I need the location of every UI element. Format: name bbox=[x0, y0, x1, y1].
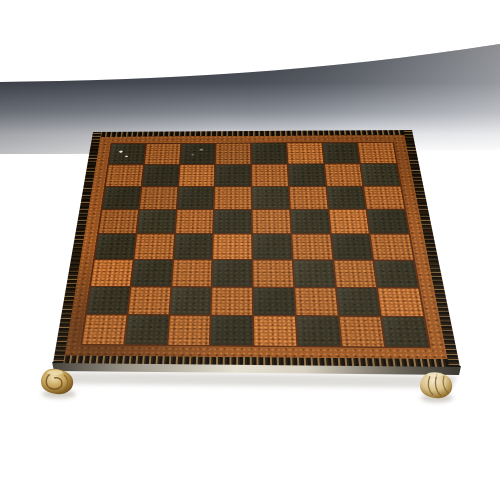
square-r2c0 bbox=[102, 187, 140, 209]
square-r5c2 bbox=[172, 260, 212, 286]
square-r2c7 bbox=[364, 186, 404, 208]
square-r1c1 bbox=[142, 165, 178, 186]
square-r7c7 bbox=[382, 317, 429, 347]
square-r4c2 bbox=[174, 234, 213, 259]
square-r3c1 bbox=[137, 210, 175, 233]
square-r2c5 bbox=[289, 186, 327, 208]
square-r2c2 bbox=[177, 187, 214, 209]
square-r0c4 bbox=[252, 143, 287, 163]
square-r3c4 bbox=[253, 210, 291, 233]
chessboard bbox=[53, 130, 460, 367]
square-r4c0 bbox=[95, 234, 135, 258]
square-r5c4 bbox=[253, 260, 293, 286]
square-r5c3 bbox=[213, 260, 252, 286]
square-r3c6 bbox=[329, 210, 369, 234]
square-r5c1 bbox=[131, 260, 172, 286]
square-r6c2 bbox=[170, 287, 211, 315]
board-grid bbox=[80, 142, 431, 349]
square-r0c3 bbox=[216, 143, 250, 163]
square-r6c4 bbox=[254, 287, 295, 315]
square-r7c0 bbox=[82, 315, 126, 344]
square-r2c1 bbox=[140, 187, 177, 209]
square-r6c1 bbox=[128, 287, 170, 315]
square-r0c1 bbox=[145, 144, 180, 164]
square-r3c0 bbox=[99, 210, 138, 233]
square-r0c2 bbox=[180, 144, 215, 164]
square-r7c4 bbox=[254, 316, 296, 346]
square-r5c7 bbox=[374, 261, 418, 287]
square-r0c5 bbox=[287, 143, 323, 163]
square-r6c5 bbox=[295, 288, 337, 316]
square-r2c6 bbox=[327, 186, 366, 208]
square-r5c5 bbox=[293, 260, 334, 286]
square-r6c0 bbox=[87, 287, 130, 314]
square-r7c2 bbox=[168, 316, 210, 345]
square-r1c7 bbox=[361, 164, 400, 185]
square-r1c2 bbox=[179, 165, 215, 186]
square-r6c7 bbox=[378, 288, 423, 316]
square-r4c3 bbox=[213, 234, 251, 259]
square-r7c3 bbox=[211, 316, 252, 345]
square-r2c3 bbox=[215, 187, 251, 209]
square-r1c3 bbox=[215, 164, 250, 185]
square-r1c0 bbox=[106, 165, 143, 186]
square-r6c3 bbox=[212, 287, 252, 315]
square-r0c6 bbox=[323, 143, 360, 163]
square-r4c1 bbox=[134, 234, 173, 259]
square-r1c6 bbox=[325, 164, 363, 185]
square-r2c4 bbox=[252, 187, 289, 209]
square-r3c5 bbox=[291, 210, 330, 234]
square-r7c5 bbox=[296, 317, 340, 347]
square-r5c0 bbox=[91, 260, 132, 286]
square-r7c6 bbox=[339, 317, 384, 347]
square-r0c7 bbox=[358, 143, 396, 163]
square-r7c1 bbox=[125, 315, 168, 344]
square-r6c6 bbox=[336, 288, 380, 316]
square-r4c4 bbox=[253, 234, 292, 259]
square-r4c7 bbox=[371, 234, 413, 259]
listing-photo bbox=[0, 0, 500, 500]
square-r5c6 bbox=[334, 260, 376, 286]
square-r0c0 bbox=[109, 144, 145, 164]
square-r4c6 bbox=[331, 234, 372, 259]
square-r4c5 bbox=[292, 234, 332, 259]
square-r1c4 bbox=[252, 164, 288, 185]
square-r3c7 bbox=[367, 210, 408, 234]
square-r3c3 bbox=[214, 210, 251, 233]
square-r1c5 bbox=[288, 164, 325, 185]
square-r3c2 bbox=[175, 210, 213, 233]
board-ground-shadow bbox=[56, 372, 457, 388]
